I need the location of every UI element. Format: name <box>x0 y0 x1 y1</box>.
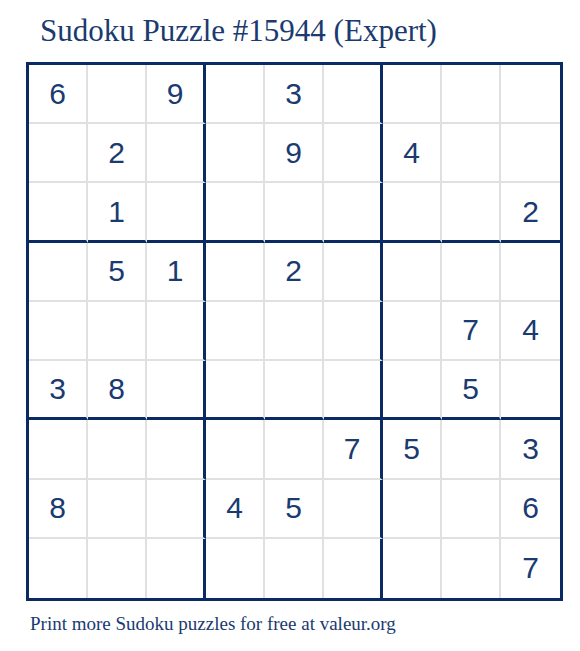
sudoku-cell-empty[interactable] <box>442 420 501 479</box>
sudoku-cell-given: 4 <box>206 480 265 539</box>
sudoku-cell-empty[interactable] <box>29 243 88 302</box>
sudoku-cell-given: 4 <box>501 302 560 361</box>
sudoku-cell-given: 4 <box>383 124 442 183</box>
page-title: Sudoku Puzzle #15944 (Expert) <box>40 13 437 49</box>
sudoku-grid: 693294125127438575384567 <box>26 62 563 601</box>
sudoku-cell-given: 3 <box>29 361 88 420</box>
sudoku-cell-empty[interactable] <box>88 302 147 361</box>
sudoku-cell-empty[interactable] <box>206 361 265 420</box>
sudoku-cell-empty[interactable] <box>324 243 383 302</box>
sudoku-cell-given: 5 <box>265 480 324 539</box>
sudoku-cell-empty[interactable] <box>383 65 442 124</box>
sudoku-cell-empty[interactable] <box>147 124 206 183</box>
sudoku-cell-empty[interactable] <box>501 65 560 124</box>
sudoku-cell-given: 5 <box>442 361 501 420</box>
sudoku-cell-empty[interactable] <box>206 302 265 361</box>
sudoku-cell-empty[interactable] <box>206 420 265 479</box>
sudoku-cell-given: 5 <box>88 243 147 302</box>
sudoku-cell-empty[interactable] <box>501 243 560 302</box>
sudoku-cell-empty[interactable] <box>501 361 560 420</box>
sudoku-cell-empty[interactable] <box>324 480 383 539</box>
sudoku-cell-given: 5 <box>383 420 442 479</box>
sudoku-cell-empty[interactable] <box>147 539 206 598</box>
sudoku-cell-given: 7 <box>442 302 501 361</box>
sudoku-cell-empty[interactable] <box>88 420 147 479</box>
sudoku-cell-given: 7 <box>324 420 383 479</box>
sudoku-cell-empty[interactable] <box>324 539 383 598</box>
sudoku-cell-empty[interactable] <box>324 183 383 242</box>
sudoku-cell-empty[interactable] <box>383 480 442 539</box>
sudoku-cell-empty[interactable] <box>442 539 501 598</box>
sudoku-cell-empty[interactable] <box>324 302 383 361</box>
sudoku-cell-empty[interactable] <box>147 302 206 361</box>
sudoku-cell-given: 8 <box>29 480 88 539</box>
sudoku-cell-empty[interactable] <box>29 302 88 361</box>
sudoku-cell-given: 8 <box>88 361 147 420</box>
sudoku-cell-empty[interactable] <box>206 124 265 183</box>
sudoku-cell-empty[interactable] <box>29 124 88 183</box>
sudoku-cell-empty[interactable] <box>29 539 88 598</box>
sudoku-cell-empty[interactable] <box>147 183 206 242</box>
sudoku-cell-empty[interactable] <box>147 420 206 479</box>
sudoku-cell-empty[interactable] <box>88 539 147 598</box>
sudoku-cell-given: 6 <box>29 65 88 124</box>
sudoku-cell-given: 6 <box>501 480 560 539</box>
sudoku-cell-empty[interactable] <box>324 124 383 183</box>
sudoku-cell-empty[interactable] <box>501 124 560 183</box>
sudoku-cell-empty[interactable] <box>442 183 501 242</box>
sudoku-cell-empty[interactable] <box>442 124 501 183</box>
sudoku-cell-empty[interactable] <box>383 539 442 598</box>
sudoku-cell-empty[interactable] <box>442 480 501 539</box>
sudoku-cell-empty[interactable] <box>147 480 206 539</box>
sudoku-cell-empty[interactable] <box>147 361 206 420</box>
sudoku-cell-empty[interactable] <box>29 183 88 242</box>
sudoku-cell-empty[interactable] <box>383 183 442 242</box>
footer-note: Print more Sudoku puzzles for free at va… <box>30 613 396 635</box>
sudoku-cell-empty[interactable] <box>265 361 324 420</box>
sudoku-cell-given: 2 <box>265 243 324 302</box>
sudoku-cell-given: 9 <box>265 124 324 183</box>
sudoku-cell-empty[interactable] <box>265 420 324 479</box>
sudoku-cell-empty[interactable] <box>206 65 265 124</box>
sudoku-cell-given: 1 <box>88 183 147 242</box>
sudoku-cell-empty[interactable] <box>29 420 88 479</box>
sudoku-cell-empty[interactable] <box>206 243 265 302</box>
sudoku-cell-empty[interactable] <box>324 65 383 124</box>
sudoku-cell-given: 2 <box>501 183 560 242</box>
sudoku-cell-empty[interactable] <box>383 361 442 420</box>
sudoku-cell-empty[interactable] <box>88 65 147 124</box>
sudoku-cell-empty[interactable] <box>383 243 442 302</box>
sudoku-cell-empty[interactable] <box>206 539 265 598</box>
sudoku-cell-given: 3 <box>265 65 324 124</box>
sudoku-cell-empty[interactable] <box>265 539 324 598</box>
sudoku-cell-given: 7 <box>501 539 560 598</box>
sudoku-cell-given: 1 <box>147 243 206 302</box>
sudoku-cell-given: 3 <box>501 420 560 479</box>
sudoku-cell-empty[interactable] <box>442 243 501 302</box>
sudoku-cell-empty[interactable] <box>206 183 265 242</box>
sudoku-cell-empty[interactable] <box>265 183 324 242</box>
sudoku-cell-empty[interactable] <box>383 302 442 361</box>
sudoku-cell-given: 2 <box>88 124 147 183</box>
sudoku-cell-empty[interactable] <box>442 65 501 124</box>
sudoku-cell-given: 9 <box>147 65 206 124</box>
sudoku-cell-empty[interactable] <box>88 480 147 539</box>
sudoku-cell-empty[interactable] <box>324 361 383 420</box>
sudoku-cell-empty[interactable] <box>265 302 324 361</box>
